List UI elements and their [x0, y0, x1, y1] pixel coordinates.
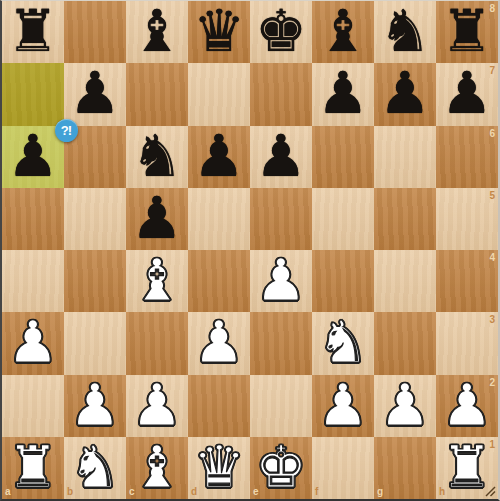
- rank-label-4: 4: [489, 252, 495, 263]
- white-pawn-piece[interactable]: ♟: [255, 249, 307, 311]
- file-label-f: f: [315, 486, 318, 497]
- square-e4[interactable]: ♟: [250, 250, 312, 312]
- black-pawn-piece[interactable]: ♟: [317, 62, 369, 124]
- black-bishop-piece[interactable]: ♝: [131, 0, 183, 62]
- square-a7[interactable]: [2, 63, 64, 125]
- square-h2[interactable]: ♟2: [436, 375, 498, 437]
- square-d1[interactable]: ♛d: [188, 437, 250, 499]
- black-rook-piece[interactable]: ♜: [7, 0, 59, 62]
- square-e1[interactable]: ♚e: [250, 437, 312, 499]
- square-a1[interactable]: ♜a: [2, 437, 64, 499]
- black-pawn-piece[interactable]: ♟: [379, 62, 431, 124]
- square-c5[interactable]: ♟: [126, 188, 188, 250]
- square-b3[interactable]: [64, 312, 126, 374]
- square-h6[interactable]: 6: [436, 126, 498, 188]
- square-g3[interactable]: [374, 312, 436, 374]
- white-knight-piece[interactable]: ♞: [317, 311, 369, 373]
- square-h3[interactable]: 3: [436, 312, 498, 374]
- square-e7[interactable]: [250, 63, 312, 125]
- square-c2[interactable]: ♟: [126, 375, 188, 437]
- board-squares: ♜♝♛♚♝♞♜8♟♟♟♟7♟♞♟♟6♟5♝♟4♟♟♞3♟♟♟♟♟2♜a♞b♝c♛…: [2, 1, 498, 499]
- square-a2[interactable]: [2, 375, 64, 437]
- square-a3[interactable]: ♟: [2, 312, 64, 374]
- black-pawn-piece[interactable]: ♟: [255, 125, 307, 187]
- white-bishop-piece[interactable]: ♝: [131, 436, 183, 498]
- square-a5[interactable]: [2, 188, 64, 250]
- square-g4[interactable]: [374, 250, 436, 312]
- square-g1[interactable]: g: [374, 437, 436, 499]
- square-h7[interactable]: ♟7: [436, 63, 498, 125]
- square-h4[interactable]: 4: [436, 250, 498, 312]
- white-pawn-piece[interactable]: ♟: [317, 374, 369, 436]
- square-c4[interactable]: ♝: [126, 250, 188, 312]
- resize-handle-icon[interactable]: [485, 486, 496, 497]
- square-f2[interactable]: ♟: [312, 375, 374, 437]
- white-rook-piece[interactable]: ♜: [7, 436, 59, 498]
- square-a4[interactable]: [2, 250, 64, 312]
- white-king-piece[interactable]: ♚: [255, 436, 307, 498]
- white-pawn-piece[interactable]: ♟: [131, 374, 183, 436]
- square-f3[interactable]: ♞: [312, 312, 374, 374]
- square-d8[interactable]: ♛: [188, 1, 250, 63]
- square-g7[interactable]: ♟: [374, 63, 436, 125]
- white-bishop-piece[interactable]: ♝: [131, 249, 183, 311]
- file-label-g: g: [377, 486, 383, 497]
- black-pawn-piece[interactable]: ♟: [7, 125, 59, 187]
- square-b1[interactable]: ♞b: [64, 437, 126, 499]
- black-queen-piece[interactable]: ♛: [193, 0, 245, 62]
- square-d5[interactable]: [188, 188, 250, 250]
- square-d2[interactable]: [188, 375, 250, 437]
- square-e6[interactable]: ♟: [250, 126, 312, 188]
- black-king-piece[interactable]: ♚: [255, 0, 307, 62]
- black-pawn-piece[interactable]: ♟: [193, 125, 245, 187]
- rank-label-5: 5: [489, 190, 495, 201]
- square-d6[interactable]: ♟: [188, 126, 250, 188]
- square-e3[interactable]: [250, 312, 312, 374]
- square-e8[interactable]: ♚: [250, 1, 312, 63]
- square-a6[interactable]: ♟: [2, 126, 64, 188]
- white-queen-piece[interactable]: ♛: [193, 436, 245, 498]
- chess-board: ♜♝♛♚♝♞♜8♟♟♟♟7♟♞♟♟6♟5♝♟4♟♟♞3♟♟♟♟♟2♜a♞b♝c♛…: [0, 0, 500, 501]
- white-knight-piece[interactable]: ♞: [69, 436, 121, 498]
- rank-label-3: 3: [489, 314, 495, 325]
- white-pawn-piece[interactable]: ♟: [69, 374, 121, 436]
- square-d3[interactable]: ♟: [188, 312, 250, 374]
- square-b2[interactable]: ♟: [64, 375, 126, 437]
- black-pawn-piece[interactable]: ♟: [69, 62, 121, 124]
- move-annotation-badge: ?!: [55, 119, 78, 142]
- square-b8[interactable]: [64, 1, 126, 63]
- square-c7[interactable]: [126, 63, 188, 125]
- square-g8[interactable]: ♞: [374, 1, 436, 63]
- square-c6[interactable]: ♞: [126, 126, 188, 188]
- square-b7[interactable]: ♟: [64, 63, 126, 125]
- square-c1[interactable]: ♝c: [126, 437, 188, 499]
- black-knight-piece[interactable]: ♞: [131, 125, 183, 187]
- rank-label-6: 6: [489, 128, 495, 139]
- square-g5[interactable]: [374, 188, 436, 250]
- square-e5[interactable]: [250, 188, 312, 250]
- square-d4[interactable]: [188, 250, 250, 312]
- white-pawn-piece[interactable]: ♟: [441, 374, 493, 436]
- white-pawn-piece[interactable]: ♟: [7, 311, 59, 373]
- square-f7[interactable]: ♟: [312, 63, 374, 125]
- square-g6[interactable]: [374, 126, 436, 188]
- square-b5[interactable]: [64, 188, 126, 250]
- square-b4[interactable]: [64, 250, 126, 312]
- square-c8[interactable]: ♝: [126, 1, 188, 63]
- square-f8[interactable]: ♝: [312, 1, 374, 63]
- black-bishop-piece[interactable]: ♝: [317, 0, 369, 62]
- square-a8[interactable]: ♜: [2, 1, 64, 63]
- black-pawn-piece[interactable]: ♟: [441, 62, 493, 124]
- square-f4[interactable]: [312, 250, 374, 312]
- white-pawn-piece[interactable]: ♟: [379, 374, 431, 436]
- square-d7[interactable]: [188, 63, 250, 125]
- white-pawn-piece[interactable]: ♟: [193, 311, 245, 373]
- square-h5[interactable]: 5: [436, 188, 498, 250]
- square-c3[interactable]: [126, 312, 188, 374]
- black-pawn-piece[interactable]: ♟: [131, 187, 183, 249]
- black-rook-piece[interactable]: ♜: [441, 0, 493, 62]
- square-g2[interactable]: ♟: [374, 375, 436, 437]
- square-f1[interactable]: f: [312, 437, 374, 499]
- square-h8[interactable]: ♜8: [436, 1, 498, 63]
- black-knight-piece[interactable]: ♞: [379, 0, 431, 62]
- square-f6[interactable]: [312, 126, 374, 188]
- square-e2[interactable]: [250, 375, 312, 437]
- square-f5[interactable]: [312, 188, 374, 250]
